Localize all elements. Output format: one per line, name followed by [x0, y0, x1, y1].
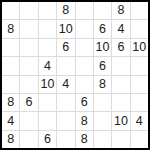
empty-cell[interactable] [20, 57, 37, 74]
clue-cell[interactable]: 8 [57, 2, 74, 19]
clue-cell[interactable]: 8 [94, 76, 111, 93]
empty-cell[interactable] [112, 131, 129, 148]
clue-cell[interactable]: 4 [2, 112, 19, 129]
clue-number: 4 [62, 78, 69, 91]
clue-cell[interactable]: 8 [2, 131, 19, 148]
empty-cell[interactable] [131, 2, 148, 19]
clue-cell[interactable]: 6 [76, 94, 93, 111]
clue-cell[interactable]: 10 [39, 76, 56, 93]
clue-cell[interactable]: 4 [112, 20, 129, 37]
empty-cell[interactable] [20, 2, 37, 19]
clue-number: 8 [99, 78, 106, 91]
clue-number: 8 [7, 23, 14, 36]
empty-cell[interactable] [2, 2, 19, 19]
empty-cell[interactable] [76, 76, 93, 93]
clue-cell[interactable]: 6 [39, 131, 56, 148]
clue-number: 8 [81, 133, 88, 146]
empty-cell[interactable] [131, 76, 148, 93]
clue-number: 6 [117, 41, 124, 54]
clue-cell[interactable]: 4 [131, 112, 148, 129]
empty-cell[interactable] [20, 76, 37, 93]
clue-number: 4 [136, 115, 143, 128]
clue-cell[interactable]: 10 [112, 112, 129, 129]
clue-cell[interactable]: 6 [94, 20, 111, 37]
clue-number: 8 [7, 96, 14, 109]
empty-cell[interactable] [76, 2, 93, 19]
empty-cell[interactable] [2, 39, 19, 56]
empty-cell[interactable] [112, 94, 129, 111]
clue-cell[interactable]: 10 [57, 20, 74, 37]
empty-cell[interactable] [39, 20, 56, 37]
clue-cell[interactable]: 8 [76, 112, 93, 129]
empty-cell[interactable] [131, 20, 148, 37]
empty-cell[interactable] [20, 20, 37, 37]
empty-cell[interactable] [20, 112, 37, 129]
clue-number: 8 [81, 115, 88, 128]
clue-cell[interactable]: 6 [94, 57, 111, 74]
clue-number: 6 [62, 41, 69, 54]
empty-cell[interactable] [57, 94, 74, 111]
empty-cell[interactable] [76, 39, 93, 56]
clue-cell[interactable]: 8 [2, 20, 19, 37]
clue-cell[interactable]: 10 [131, 39, 148, 56]
clue-number: 4 [117, 23, 124, 36]
clue-number: 8 [7, 133, 14, 146]
empty-cell[interactable] [57, 112, 74, 129]
empty-cell[interactable] [94, 112, 111, 129]
empty-cell[interactable] [39, 112, 56, 129]
empty-cell[interactable] [2, 57, 19, 74]
clue-number: 4 [44, 60, 51, 73]
empty-cell[interactable] [131, 57, 148, 74]
empty-cell[interactable] [131, 131, 148, 148]
clue-number: 10 [40, 78, 54, 91]
empty-cell[interactable] [39, 2, 56, 19]
clue-number: 8 [62, 4, 69, 17]
empty-cell[interactable] [94, 2, 111, 19]
clue-cell[interactable]: 8 [76, 131, 93, 148]
clue-cell[interactable]: 6 [57, 39, 74, 56]
clue-cell[interactable]: 10 [94, 39, 111, 56]
clue-cell[interactable]: 8 [2, 94, 19, 111]
clue-cell[interactable]: 6 [20, 94, 37, 111]
clue-cell[interactable]: 6 [112, 39, 129, 56]
clue-number: 10 [132, 41, 146, 54]
clue-number: 6 [99, 23, 106, 36]
clue-number: 10 [114, 115, 128, 128]
clue-number: 6 [26, 96, 33, 109]
empty-cell[interactable] [57, 131, 74, 148]
empty-cell[interactable] [76, 57, 93, 74]
empty-cell[interactable] [94, 94, 111, 111]
empty-cell[interactable] [20, 131, 37, 148]
clue-number: 8 [117, 4, 124, 17]
empty-cell[interactable] [94, 131, 111, 148]
clue-number: 10 [59, 23, 73, 36]
empty-cell[interactable] [76, 20, 93, 37]
clue-number: 10 [96, 41, 110, 54]
empty-cell[interactable] [39, 39, 56, 56]
clue-cell[interactable]: 4 [39, 57, 56, 74]
clue-number: 6 [44, 133, 51, 146]
empty-cell[interactable] [2, 76, 19, 93]
empty-cell[interactable] [57, 57, 74, 74]
clue-cell[interactable]: 8 [112, 2, 129, 19]
empty-cell[interactable] [39, 94, 56, 111]
clue-number: 6 [81, 96, 88, 109]
clue-cell[interactable]: 4 [57, 76, 74, 93]
clue-number: 4 [7, 115, 14, 128]
empty-cell[interactable] [112, 76, 129, 93]
puzzle-board: 888106461061046104886648104868 [0, 0, 150, 150]
empty-cell[interactable] [131, 94, 148, 111]
empty-cell[interactable] [112, 57, 129, 74]
clue-number: 6 [99, 60, 106, 73]
empty-cell[interactable] [20, 39, 37, 56]
